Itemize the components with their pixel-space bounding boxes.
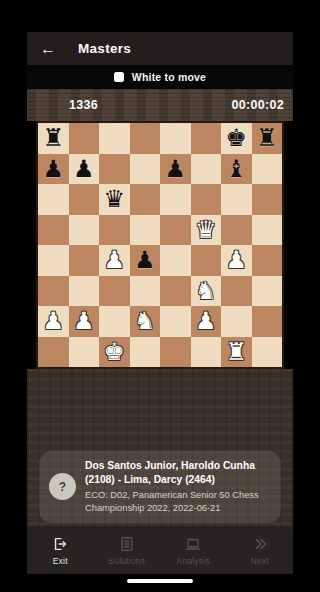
square-b4[interactable] — [69, 245, 100, 276]
square-h8[interactable]: ♜ — [252, 123, 283, 154]
square-f6[interactable] — [191, 184, 222, 215]
square-h5[interactable] — [252, 215, 283, 246]
black-pawn-piece: ♟ — [164, 157, 186, 181]
black-rook-piece: ♜ — [256, 126, 278, 150]
timer: 00:00:02 — [232, 98, 284, 112]
home-indicator[interactable] — [127, 579, 193, 583]
square-c2[interactable] — [99, 306, 130, 337]
square-g5[interactable] — [221, 215, 252, 246]
bottom-nav: Exit Solutions Analysis — [27, 526, 293, 574]
square-h6[interactable] — [252, 184, 283, 215]
square-e3[interactable] — [160, 276, 191, 307]
square-c7[interactable] — [99, 154, 130, 185]
white-knight-piece: ♞ — [134, 309, 156, 333]
square-g2[interactable] — [221, 306, 252, 337]
white-rook-piece: ♜ — [225, 340, 247, 364]
square-h7[interactable] — [252, 154, 283, 185]
black-pawn-piece: ♟ — [73, 157, 95, 181]
status-bar — [27, 0, 293, 32]
nav-next-label: Next — [251, 556, 269, 566]
white-pawn-piece: ♟ — [195, 309, 217, 333]
square-d8[interactable] — [130, 123, 161, 154]
question-mark-icon[interactable]: ? — [49, 473, 76, 500]
square-b2[interactable]: ♟ — [69, 306, 100, 337]
square-f2[interactable]: ♟ — [191, 306, 222, 337]
black-queen-piece: ♛ — [103, 187, 125, 211]
side-to-move-strip: White to move — [27, 65, 293, 89]
nav-analysis-button[interactable]: Analysis — [160, 535, 227, 566]
square-g4[interactable]: ♟ — [221, 245, 252, 276]
square-b1[interactable] — [69, 337, 100, 368]
white-queen-piece: ♛ — [195, 218, 217, 242]
black-pawn-piece: ♟ — [42, 157, 64, 181]
nav-exit-label: Exit — [53, 556, 68, 566]
square-e4[interactable] — [160, 245, 191, 276]
square-e1[interactable] — [160, 337, 191, 368]
solutions-icon — [118, 535, 136, 553]
square-e5[interactable] — [160, 215, 191, 246]
game-info-text: Dos Santos Junior, Haroldo Cunha (2108) … — [85, 459, 271, 515]
square-d6[interactable] — [130, 184, 161, 215]
nav-exit-button[interactable]: Exit — [27, 535, 94, 566]
white-pawn-piece: ♟ — [42, 309, 64, 333]
square-g6[interactable] — [221, 184, 252, 215]
square-c3[interactable] — [99, 276, 130, 307]
square-e2[interactable] — [160, 306, 191, 337]
black-rook-piece: ♜ — [42, 126, 64, 150]
nav-analysis-label: Analysis — [177, 556, 210, 566]
chess-board[interactable]: ♜♚♜♟♟♟♝♛♛♟♟♟♞♟♟♞♟♚♜ — [36, 121, 284, 369]
square-a7[interactable]: ♟ — [38, 154, 69, 185]
square-f5[interactable]: ♛ — [191, 215, 222, 246]
board-wrap: ♜♚♜♟♟♟♝♛♛♟♟♟♞♟♟♞♟♚♜ — [27, 121, 293, 369]
nav-solutions-button[interactable]: Solutions — [94, 535, 161, 566]
black-king-piece: ♚ — [225, 126, 247, 150]
square-g1[interactable]: ♜ — [221, 337, 252, 368]
square-h2[interactable] — [252, 306, 283, 337]
square-b5[interactable] — [69, 215, 100, 246]
white-knight-piece: ♞ — [195, 279, 217, 303]
square-a5[interactable] — [38, 215, 69, 246]
square-f1[interactable] — [191, 337, 222, 368]
square-f8[interactable] — [191, 123, 222, 154]
square-h1[interactable] — [252, 337, 283, 368]
square-a1[interactable] — [38, 337, 69, 368]
square-c4[interactable]: ♟ — [99, 245, 130, 276]
square-c1[interactable]: ♚ — [99, 337, 130, 368]
app-screen: ← Masters White to move 1336 00:00:02 ♜♚… — [27, 0, 293, 592]
white-to-move-checkbox[interactable] — [114, 72, 124, 82]
nav-next-button[interactable]: Next — [227, 535, 294, 566]
analysis-icon — [184, 535, 202, 553]
app-header: ← Masters — [27, 32, 293, 65]
black-pawn-piece: ♟ — [134, 248, 156, 272]
square-e8[interactable] — [160, 123, 191, 154]
back-arrow-icon[interactable]: ← — [40, 41, 56, 57]
square-a4[interactable] — [38, 245, 69, 276]
square-d2[interactable]: ♞ — [130, 306, 161, 337]
square-b3[interactable] — [69, 276, 100, 307]
black-bishop-piece: ♝ — [225, 157, 247, 181]
square-g8[interactable]: ♚ — [221, 123, 252, 154]
square-e7[interactable]: ♟ — [160, 154, 191, 185]
square-f7[interactable] — [191, 154, 222, 185]
exit-icon — [51, 535, 69, 553]
white-pawn-piece: ♟ — [103, 248, 125, 272]
puzzle-rating: 1336 — [69, 98, 98, 112]
game-info-card[interactable]: ? Dos Santos Junior, Haroldo Cunha (2108… — [39, 451, 281, 523]
bottom-zone — [27, 574, 293, 592]
square-h4[interactable] — [252, 245, 283, 276]
white-to-move-label: White to move — [132, 71, 206, 83]
white-king-piece: ♚ — [103, 340, 125, 364]
square-c8[interactable] — [99, 123, 130, 154]
square-g7[interactable]: ♝ — [221, 154, 252, 185]
square-a8[interactable]: ♜ — [38, 123, 69, 154]
game-event-subtitle: ECO: D02, Panamerican Senior 50 Chess Ch… — [85, 489, 271, 515]
nav-solutions-label: Solutions — [108, 556, 145, 566]
square-c6[interactable]: ♛ — [99, 184, 130, 215]
game-players-title: Dos Santos Junior, Haroldo Cunha (2108) … — [85, 459, 271, 488]
square-a6[interactable] — [38, 184, 69, 215]
square-e6[interactable] — [160, 184, 191, 215]
square-d4[interactable]: ♟ — [130, 245, 161, 276]
square-a2[interactable]: ♟ — [38, 306, 69, 337]
square-h3[interactable] — [252, 276, 283, 307]
page-title: Masters — [78, 41, 131, 56]
white-pawn-piece: ♟ — [73, 309, 95, 333]
white-pawn-piece: ♟ — [225, 248, 247, 272]
square-b7[interactable]: ♟ — [69, 154, 100, 185]
next-icon — [251, 535, 269, 553]
square-d5[interactable] — [130, 215, 161, 246]
square-d7[interactable] — [130, 154, 161, 185]
square-f4[interactable] — [191, 245, 222, 276]
lower-wood-area: ? Dos Santos Junior, Haroldo Cunha (2108… — [27, 369, 293, 526]
square-b8[interactable] — [69, 123, 100, 154]
square-d1[interactable] — [130, 337, 161, 368]
stats-bar: 1336 00:00:02 — [27, 89, 293, 121]
question-mark-glyph: ? — [59, 480, 66, 494]
square-f3[interactable]: ♞ — [191, 276, 222, 307]
square-b6[interactable] — [69, 184, 100, 215]
square-c5[interactable] — [99, 215, 130, 246]
square-a3[interactable] — [38, 276, 69, 307]
square-g3[interactable] — [221, 276, 252, 307]
square-d3[interactable] — [130, 276, 161, 307]
